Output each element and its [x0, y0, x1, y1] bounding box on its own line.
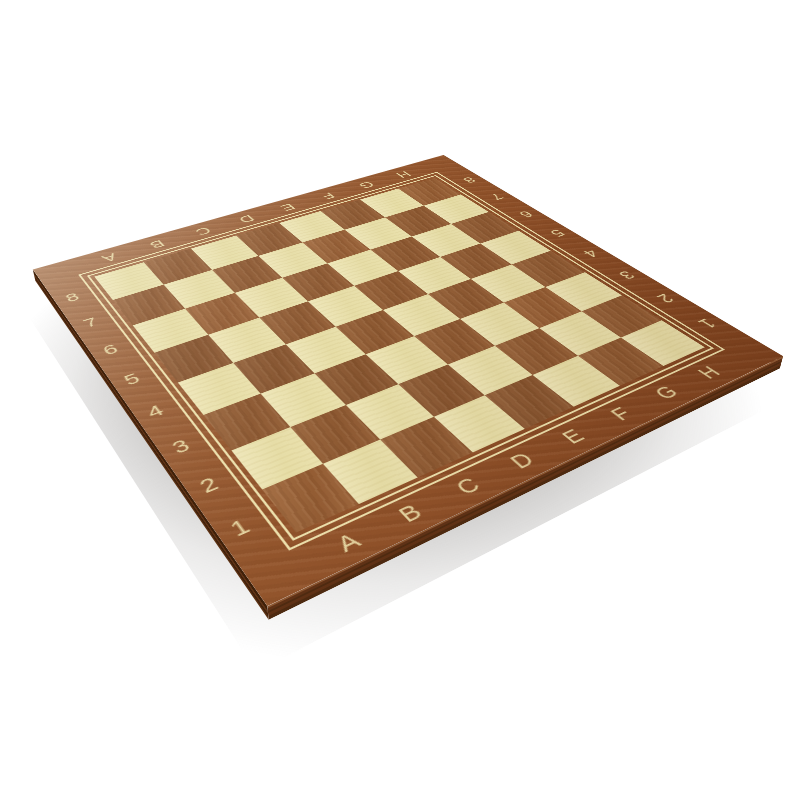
rank-number: 5 — [121, 371, 143, 388]
square-a1 — [262, 464, 359, 533]
square-b3 — [261, 373, 346, 427]
chess-board: ABCDEFGH8877665544332211ABCDEFGH — [33, 155, 783, 606]
file-letter: A — [99, 251, 119, 263]
file-letter: G — [356, 180, 377, 190]
rank-label-right-1: 1 — [662, 305, 741, 347]
file-letter: B — [394, 501, 426, 526]
square-e3 — [414, 319, 495, 365]
square-f1 — [533, 356, 620, 407]
square-d1 — [434, 395, 525, 452]
rank-number: 3 — [169, 436, 194, 456]
square-a3 — [203, 394, 290, 451]
square-b2 — [290, 405, 380, 464]
square-d2 — [398, 364, 484, 416]
square-a2 — [231, 427, 323, 489]
product-photo-scene: ABCDEFGH8877665544332211ABCDEFGH — [0, 0, 800, 800]
square-b1 — [323, 440, 418, 505]
file-letter: E — [278, 202, 298, 212]
rank-number: 7 — [487, 192, 506, 201]
rank-number: 6 — [515, 209, 535, 219]
square-b5 — [208, 318, 286, 363]
rank-number: 4 — [144, 402, 167, 420]
rank-number: 6 — [100, 342, 121, 357]
rank-number: 2 — [196, 474, 222, 496]
file-letter: B — [147, 238, 167, 250]
square-f2 — [495, 328, 578, 375]
rank-number: 3 — [614, 269, 637, 281]
square-d4 — [336, 310, 414, 354]
square-c1 — [380, 417, 473, 478]
file-letter: D — [506, 450, 539, 472]
square-a5 — [154, 335, 233, 383]
file-letter: G — [651, 383, 683, 402]
square-a4 — [178, 363, 261, 415]
file-letter: H — [694, 364, 725, 382]
square-g2 — [539, 311, 621, 355]
file-letter: D — [236, 213, 257, 224]
rank-number: 8 — [460, 175, 478, 184]
rank-number: 8 — [63, 291, 82, 304]
square-a6 — [133, 309, 208, 353]
rank-number: 2 — [652, 291, 677, 304]
file-letter: F — [607, 405, 637, 424]
rank-number: 7 — [81, 315, 101, 329]
file-letter: H — [393, 170, 413, 179]
rank-number: 1 — [693, 316, 719, 330]
file-letter: C — [452, 475, 485, 499]
file-letter: C — [192, 226, 213, 237]
file-letter: E — [558, 427, 589, 448]
rank-number: 5 — [546, 228, 567, 239]
square-e2 — [448, 346, 533, 395]
file-letter: F — [318, 191, 337, 201]
rank-number: 1 — [226, 515, 254, 539]
square-b4 — [233, 344, 314, 393]
square-d3 — [366, 336, 448, 384]
square-h1 — [621, 320, 705, 366]
square-g1 — [578, 338, 664, 386]
square-c4 — [286, 327, 366, 374]
rank-number: 4 — [579, 247, 601, 258]
square-c2 — [346, 384, 434, 439]
file-letter: A — [332, 530, 365, 557]
square-c3 — [315, 354, 399, 405]
square-e1 — [485, 375, 574, 429]
